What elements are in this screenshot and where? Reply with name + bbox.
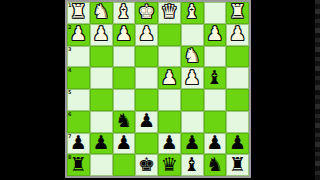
white-pawn: ♟ xyxy=(93,24,110,43)
square[interactable] xyxy=(204,111,227,133)
square[interactable] xyxy=(158,89,181,111)
square[interactable]: 6 xyxy=(67,111,90,133)
chess-board-frame: 1♜♞♝♚♛♝♜2♟♟♟♟♟♟3♞4♟♟♝56♞♟7♟♟♟♟♟♟♟8♜♚♛♝♞♜ xyxy=(65,0,251,178)
white-pawn: ♟ xyxy=(161,68,178,87)
square[interactable] xyxy=(158,111,181,133)
white-bishop: ♝ xyxy=(184,2,201,21)
square[interactable] xyxy=(204,89,227,111)
black-pawn: ♟ xyxy=(161,133,178,152)
square[interactable] xyxy=(226,67,249,89)
white-queen: ♛ xyxy=(161,2,178,21)
square[interactable]: ♟ xyxy=(226,133,249,155)
square[interactable]: ♟ xyxy=(204,24,227,46)
rank-label: 4 xyxy=(68,67,71,73)
square[interactable]: ♝ xyxy=(113,2,136,24)
white-pawn: ♟ xyxy=(184,68,201,87)
chess-board: 1♜♞♝♚♛♝♜2♟♟♟♟♟♟3♞4♟♟♝56♞♟7♟♟♟♟♟♟♟8♜♚♛♝♞♜ xyxy=(67,2,249,176)
white-pawn: ♟ xyxy=(115,24,132,43)
square[interactable]: ♚ xyxy=(135,154,158,176)
square[interactable]: ♜ xyxy=(226,154,249,176)
square[interactable]: ♝ xyxy=(181,154,204,176)
square[interactable]: ♝ xyxy=(204,67,227,89)
white-rook: ♜ xyxy=(70,2,87,21)
square[interactable] xyxy=(158,24,181,46)
square[interactable] xyxy=(226,111,249,133)
square[interactable] xyxy=(158,46,181,68)
white-king: ♚ xyxy=(138,2,155,21)
square[interactable]: ♟ xyxy=(135,111,158,133)
square[interactable]: ♟ xyxy=(181,67,204,89)
square[interactable] xyxy=(113,46,136,68)
square[interactable]: ♟ xyxy=(113,24,136,46)
square[interactable] xyxy=(90,67,113,89)
square[interactable]: 8♜ xyxy=(67,154,90,176)
white-pawn: ♟ xyxy=(206,24,223,43)
square[interactable] xyxy=(204,46,227,68)
white-knight: ♞ xyxy=(184,46,201,65)
black-pawn: ♟ xyxy=(115,133,132,152)
square[interactable]: ♟ xyxy=(158,133,181,155)
square[interactable]: 5 xyxy=(67,89,90,111)
square[interactable]: ♟ xyxy=(226,24,249,46)
square[interactable]: ♞ xyxy=(181,46,204,68)
square[interactable]: 3 xyxy=(67,46,90,68)
rank-label: 1 xyxy=(68,2,71,8)
black-pawn: ♟ xyxy=(93,133,110,152)
square[interactable]: ♞ xyxy=(113,111,136,133)
black-rook: ♜ xyxy=(70,155,87,174)
square[interactable]: 4 xyxy=(67,67,90,89)
square[interactable]: ♟ xyxy=(135,24,158,46)
square[interactable] xyxy=(135,133,158,155)
square[interactable] xyxy=(113,154,136,176)
black-pawn: ♟ xyxy=(206,133,223,152)
black-knight: ♞ xyxy=(115,111,132,130)
square[interactable] xyxy=(113,89,136,111)
rank-label: 5 xyxy=(68,89,71,95)
rank-label: 2 xyxy=(68,24,71,30)
square[interactable] xyxy=(181,24,204,46)
square[interactable]: ♟ xyxy=(181,133,204,155)
square[interactable] xyxy=(90,89,113,111)
square[interactable] xyxy=(90,154,113,176)
black-pawn: ♟ xyxy=(229,133,246,152)
square[interactable]: ♟ xyxy=(90,24,113,46)
square[interactable] xyxy=(113,67,136,89)
black-pawn: ♟ xyxy=(184,133,201,152)
square[interactable]: ♝ xyxy=(181,2,204,24)
square[interactable] xyxy=(135,67,158,89)
square[interactable]: ♟ xyxy=(113,133,136,155)
white-rook: ♜ xyxy=(229,2,246,21)
white-knight: ♞ xyxy=(93,2,110,21)
square[interactable] xyxy=(90,46,113,68)
black-pawn: ♟ xyxy=(138,111,155,130)
square[interactable]: ♟ xyxy=(90,133,113,155)
square[interactable] xyxy=(90,111,113,133)
square[interactable] xyxy=(135,89,158,111)
square[interactable] xyxy=(226,46,249,68)
white-pawn: ♟ xyxy=(138,24,155,43)
square[interactable]: ♚ xyxy=(135,2,158,24)
black-bishop: ♝ xyxy=(206,68,223,87)
black-knight: ♞ xyxy=(206,155,223,174)
white-pawn: ♟ xyxy=(229,24,246,43)
right-edge-compression-artifact xyxy=(315,0,320,180)
square[interactable] xyxy=(226,89,249,111)
square[interactable]: ♜ xyxy=(226,2,249,24)
square[interactable]: 1♜ xyxy=(67,2,90,24)
square[interactable]: 7♟ xyxy=(67,133,90,155)
square[interactable] xyxy=(181,89,204,111)
square[interactable] xyxy=(181,111,204,133)
rank-label: 8 xyxy=(68,154,71,160)
video-letterbox-background: 1♜♞♝♚♛♝♜2♟♟♟♟♟♟3♞4♟♟♝56♞♟7♟♟♟♟♟♟♟8♜♚♛♝♞♜ xyxy=(0,0,320,180)
rank-label: 6 xyxy=(68,111,71,117)
square[interactable]: 2♟ xyxy=(67,24,90,46)
black-king: ♚ xyxy=(138,155,155,174)
square[interactable]: ♞ xyxy=(90,2,113,24)
square[interactable]: ♟ xyxy=(204,133,227,155)
black-bishop: ♝ xyxy=(184,155,201,174)
black-queen: ♛ xyxy=(161,155,178,174)
white-bishop: ♝ xyxy=(115,2,132,21)
square[interactable] xyxy=(135,46,158,68)
black-rook: ♜ xyxy=(229,155,246,174)
rank-label: 3 xyxy=(68,46,71,52)
black-pawn: ♟ xyxy=(70,133,87,152)
white-pawn: ♟ xyxy=(70,24,87,43)
square[interactable]: ♛ xyxy=(158,2,181,24)
square[interactable] xyxy=(204,2,227,24)
square[interactable]: ♟ xyxy=(158,67,181,89)
rank-label: 7 xyxy=(68,133,71,139)
square[interactable]: ♞ xyxy=(204,154,227,176)
square[interactable]: ♛ xyxy=(158,154,181,176)
